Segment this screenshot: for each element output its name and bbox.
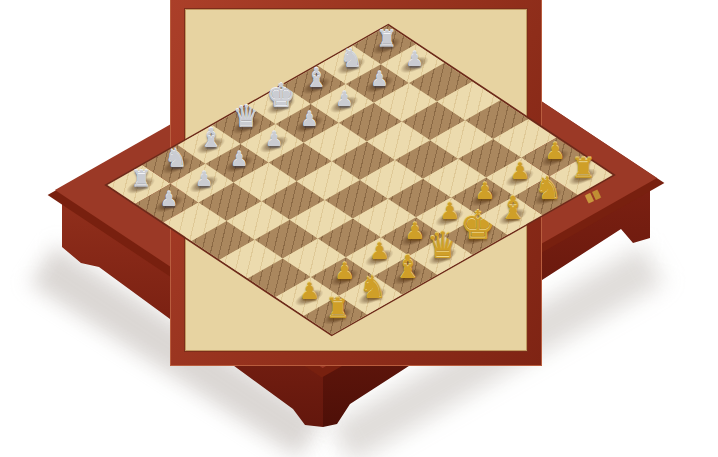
gold-pawn[interactable]: ♟	[475, 180, 496, 203]
gold-pawn[interactable]: ♟	[510, 160, 531, 183]
gold-pawn[interactable]: ♟	[369, 240, 390, 263]
gold-pawn[interactable]: ♟	[440, 200, 461, 223]
silver-pawn[interactable]: ♟	[230, 149, 248, 169]
silver-pawn[interactable]: ♟	[265, 129, 283, 149]
silver-pawn[interactable]: ♟	[301, 109, 319, 129]
gold-pawn[interactable]: ♟	[405, 220, 426, 243]
silver-pawn[interactable]: ♟	[406, 49, 424, 69]
silver-pawn[interactable]: ♟	[371, 69, 389, 89]
gold-rook[interactable]: ♜	[571, 155, 596, 183]
chess-set-photo: ♜♞♝♛♚♝♞♜♟♟♟♟♟♟♟♟♟♟♟♟♟♟♟♟♜♞♝♛♚♝♞♜	[0, 0, 718, 457]
gold-pawn[interactable]: ♟	[334, 260, 355, 283]
gold-pawn[interactable]: ♟	[299, 280, 320, 303]
silver-rook[interactable]: ♜	[131, 168, 152, 191]
silver-pawn[interactable]: ♟	[195, 169, 213, 189]
silver-pawn[interactable]: ♟	[160, 189, 178, 209]
silver-pawn[interactable]: ♟	[336, 89, 354, 109]
gold-pawn[interactable]: ♟	[545, 140, 566, 163]
silver-rook[interactable]: ♜	[376, 28, 397, 51]
